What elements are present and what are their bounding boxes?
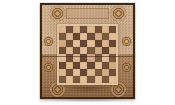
square-g8[interactable]	[102, 26, 109, 33]
side-medallion-right-upper	[122, 37, 131, 46]
square-e5[interactable]	[87, 47, 94, 54]
square-d5[interactable]	[80, 47, 87, 54]
corner-rosette-top-right	[111, 6, 126, 21]
board-shadow	[42, 99, 133, 103]
square-f3[interactable]	[95, 62, 102, 69]
square-e6[interactable]	[87, 40, 94, 47]
square-g3[interactable]	[102, 62, 109, 69]
square-e7[interactable]	[87, 33, 94, 40]
square-g2[interactable]	[102, 69, 109, 76]
side-medallion-left-upper	[44, 37, 53, 46]
square-a8[interactable]	[59, 26, 66, 33]
square-b3[interactable]	[66, 62, 73, 69]
square-b1[interactable]	[66, 76, 73, 83]
square-h5[interactable]	[109, 47, 116, 54]
square-b6[interactable]	[66, 40, 73, 47]
square-e1[interactable]	[87, 76, 94, 83]
square-c3[interactable]	[73, 62, 80, 69]
square-f6[interactable]	[95, 40, 102, 47]
board-fold-seam	[42, 56, 133, 57]
square-b8[interactable]	[66, 26, 73, 33]
square-a5[interactable]	[59, 47, 66, 54]
square-g6[interactable]	[102, 40, 109, 47]
square-h2[interactable]	[109, 69, 116, 76]
square-f5[interactable]	[95, 47, 102, 54]
square-h7[interactable]	[109, 33, 116, 40]
square-f1[interactable]	[95, 76, 102, 83]
square-g7[interactable]	[102, 33, 109, 40]
chess-grid	[59, 26, 117, 84]
square-g5[interactable]	[102, 47, 109, 54]
square-d8[interactable]	[80, 26, 87, 33]
square-g1[interactable]	[102, 76, 109, 83]
corner-rosette-top-left	[50, 6, 65, 21]
square-b5[interactable]	[66, 47, 73, 54]
square-a7[interactable]	[59, 33, 66, 40]
product-photo-background: empty wooden inlaid chess board	[0, 0, 175, 105]
square-e2[interactable]	[87, 69, 94, 76]
square-a2[interactable]	[59, 69, 66, 76]
square-c1[interactable]	[73, 76, 80, 83]
square-d3[interactable]	[80, 62, 87, 69]
square-h3[interactable]	[109, 62, 116, 69]
square-b2[interactable]	[66, 69, 73, 76]
square-a3[interactable]	[59, 62, 66, 69]
square-f2[interactable]	[95, 69, 102, 76]
square-c8[interactable]	[73, 26, 80, 33]
square-c6[interactable]	[73, 40, 80, 47]
square-f8[interactable]	[95, 26, 102, 33]
square-b7[interactable]	[66, 33, 73, 40]
square-a6[interactable]	[59, 40, 66, 47]
square-h1[interactable]	[109, 76, 116, 83]
square-e3[interactable]	[87, 62, 94, 69]
square-d1[interactable]	[80, 76, 87, 83]
square-h6[interactable]	[109, 40, 116, 47]
square-h8[interactable]	[109, 26, 116, 33]
square-d7[interactable]	[80, 33, 87, 40]
chess-grid-border	[57, 24, 118, 85]
square-c7[interactable]	[73, 33, 80, 40]
square-e8[interactable]	[87, 26, 94, 33]
square-f7[interactable]	[95, 33, 102, 40]
square-d2[interactable]	[80, 69, 87, 76]
square-d6[interactable]	[80, 40, 87, 47]
top-border-ornament-panel	[66, 8, 109, 19]
side-medallion-right-lower	[122, 63, 131, 72]
square-c5[interactable]	[73, 47, 80, 54]
square-a1[interactable]	[59, 76, 66, 83]
square-c2[interactable]	[73, 69, 80, 76]
side-medallion-left-lower	[44, 63, 53, 72]
chess-board	[40, 3, 135, 99]
